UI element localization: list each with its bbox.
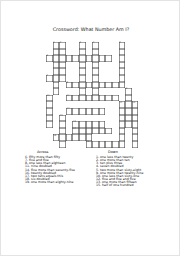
empty-area xyxy=(132,42,139,49)
empty-area xyxy=(72,42,79,49)
grid-cell[interactable] xyxy=(46,115,53,122)
grid-cell[interactable] xyxy=(46,108,53,115)
empty-area xyxy=(72,88,79,95)
clue-item: 15. half of one hundred xyxy=(96,184,178,187)
empty-area xyxy=(112,75,119,82)
grid-cell[interactable] xyxy=(99,141,106,148)
grid-cell[interactable]: 4 xyxy=(92,42,99,49)
empty-area xyxy=(66,128,73,135)
grid-cell[interactable] xyxy=(53,68,60,75)
grid-cell[interactable] xyxy=(125,115,132,122)
empty-area xyxy=(66,62,73,69)
grid-cell[interactable] xyxy=(132,141,139,148)
grid-cell[interactable]: 1 xyxy=(53,42,60,49)
empty-area xyxy=(112,49,119,56)
grid-cell[interactable]: 17 xyxy=(72,128,79,135)
clue-number: 12 xyxy=(119,102,122,104)
empty-area xyxy=(46,128,53,135)
grid-cell[interactable] xyxy=(59,62,66,69)
empty-area xyxy=(59,88,66,95)
empty-area xyxy=(99,49,106,56)
clue-number: 9 xyxy=(126,88,128,90)
crossword-grid: 12345678910111213141516171819 xyxy=(46,42,138,148)
grid-cell[interactable] xyxy=(72,134,79,141)
grid-cell[interactable] xyxy=(125,95,132,102)
grid-cell[interactable]: 10 xyxy=(46,95,53,102)
empty-area xyxy=(105,115,112,122)
empty-area xyxy=(53,101,60,108)
empty-area xyxy=(79,101,86,108)
grid-cell[interactable]: 2 xyxy=(59,42,66,49)
grid-cell[interactable] xyxy=(125,101,132,108)
grid-cell[interactable] xyxy=(92,49,99,56)
grid-cell[interactable] xyxy=(72,108,79,115)
empty-area xyxy=(105,108,112,115)
grid-cell[interactable] xyxy=(79,121,86,128)
empty-area xyxy=(79,141,86,148)
empty-area xyxy=(72,141,79,148)
grid-cell[interactable] xyxy=(79,68,86,75)
grid-cell[interactable] xyxy=(86,82,93,89)
grid-cell[interactable] xyxy=(92,121,99,128)
grid-cell[interactable]: 6 xyxy=(46,55,53,62)
empty-area xyxy=(132,49,139,56)
grid-cell[interactable] xyxy=(132,115,139,122)
grid-cell[interactable] xyxy=(105,128,112,135)
grid-cell[interactable] xyxy=(105,82,112,89)
empty-area xyxy=(72,68,79,75)
empty-area xyxy=(99,134,106,141)
clue-number: 3 xyxy=(80,42,82,44)
empty-area xyxy=(86,42,93,49)
grid-cell[interactable] xyxy=(112,95,119,102)
grid-cell[interactable] xyxy=(119,49,126,56)
grid-cell[interactable] xyxy=(79,128,86,135)
across-clues-section: Across 6. fifty more than fifty7. five a… xyxy=(25,151,93,184)
grid-cell[interactable] xyxy=(119,82,126,89)
empty-area xyxy=(125,62,132,69)
grid-cell[interactable] xyxy=(132,108,139,115)
grid-cell[interactable] xyxy=(53,62,60,69)
grid-cell[interactable] xyxy=(92,88,99,95)
grid-cell[interactable]: 9 xyxy=(125,88,132,95)
empty-area xyxy=(53,115,60,122)
grid-cell[interactable] xyxy=(125,121,132,128)
grid-cell[interactable] xyxy=(119,62,126,69)
clue-number: 6 xyxy=(47,55,49,57)
grid-cell[interactable] xyxy=(105,95,112,102)
empty-area xyxy=(105,68,112,75)
grid-cell[interactable]: 3 xyxy=(79,42,86,49)
empty-area xyxy=(53,95,60,102)
empty-area xyxy=(105,88,112,95)
empty-area xyxy=(99,101,106,108)
grid-cell[interactable] xyxy=(92,141,99,148)
empty-area xyxy=(86,75,93,82)
empty-area xyxy=(125,42,132,49)
grid-cell[interactable] xyxy=(46,121,53,128)
empty-area xyxy=(53,121,60,128)
grid-cell[interactable]: 19 xyxy=(86,141,93,148)
grid-cell[interactable] xyxy=(79,108,86,115)
grid-cell[interactable] xyxy=(105,55,112,62)
clue-number: 10 xyxy=(47,95,50,97)
empty-area xyxy=(112,134,119,141)
clue-number: 1 xyxy=(53,42,55,44)
grid-cell[interactable] xyxy=(79,62,86,69)
grid-cell[interactable] xyxy=(86,108,93,115)
grid-cell[interactable] xyxy=(53,75,60,82)
empty-area xyxy=(92,115,99,122)
empty-area xyxy=(46,134,53,141)
empty-area xyxy=(99,115,106,122)
grid-cell[interactable] xyxy=(79,95,86,102)
grid-cell[interactable] xyxy=(92,55,99,62)
grid-cell[interactable] xyxy=(66,55,73,62)
empty-area xyxy=(86,49,93,56)
grid-cell[interactable] xyxy=(53,82,60,89)
clue-number: 2 xyxy=(60,42,62,44)
grid-cell[interactable] xyxy=(119,75,126,82)
clue-number: 14 xyxy=(66,108,69,110)
grid-cell[interactable]: 15 xyxy=(59,115,66,122)
grid-cell[interactable] xyxy=(46,101,53,108)
clue-number: 4 xyxy=(93,42,95,44)
empty-area xyxy=(86,68,93,75)
empty-area xyxy=(112,128,119,135)
empty-area xyxy=(132,55,139,62)
empty-area xyxy=(112,121,119,128)
grid-cell[interactable] xyxy=(79,55,86,62)
grid-cell[interactable] xyxy=(59,121,66,128)
grid-cell[interactable]: 13 xyxy=(132,101,139,108)
clue-number: 16 xyxy=(73,121,76,123)
empty-area xyxy=(105,62,112,69)
across-header: Across xyxy=(37,151,93,155)
empty-area xyxy=(99,42,106,49)
grid-cell[interactable]: 12 xyxy=(119,101,126,108)
grid-cell[interactable] xyxy=(132,134,139,141)
grid-cell[interactable] xyxy=(125,108,132,115)
empty-area xyxy=(125,55,132,62)
grid-cell[interactable] xyxy=(119,141,126,148)
empty-area xyxy=(86,101,93,108)
grid-cell[interactable] xyxy=(66,134,73,141)
across-clue-list: 6. fifty more than fifty7. five and five… xyxy=(25,156,93,184)
grid-cell[interactable] xyxy=(132,128,139,135)
grid-cell[interactable] xyxy=(59,134,66,141)
empty-area xyxy=(99,62,106,69)
grid-cell[interactable] xyxy=(59,75,66,82)
empty-area xyxy=(59,82,66,89)
grid-cell[interactable] xyxy=(79,49,86,56)
empty-area xyxy=(125,68,132,75)
empty-area xyxy=(46,62,53,69)
grid-cell[interactable] xyxy=(72,82,79,89)
empty-area xyxy=(125,75,132,82)
grid-cell[interactable] xyxy=(119,68,126,75)
grid-cell[interactable] xyxy=(99,128,106,135)
grid-cell[interactable] xyxy=(119,55,126,62)
empty-area xyxy=(92,101,99,108)
empty-area xyxy=(92,134,99,141)
empty-area xyxy=(72,62,79,69)
grid-cell[interactable] xyxy=(86,121,93,128)
down-clue-list: 1. one less than twenty2. one more than … xyxy=(96,156,178,187)
empty-area xyxy=(99,88,106,95)
empty-area xyxy=(132,88,139,95)
grid-cell[interactable] xyxy=(92,62,99,69)
grid-cell[interactable] xyxy=(99,55,106,62)
grid-cell[interactable] xyxy=(92,95,99,102)
empty-area xyxy=(86,62,93,69)
grid-cell[interactable] xyxy=(92,108,99,115)
grid-cell[interactable] xyxy=(53,49,60,56)
grid-cell[interactable] xyxy=(53,88,60,95)
grid-cell[interactable] xyxy=(119,121,126,128)
grid-cell[interactable] xyxy=(79,134,86,141)
empty-area xyxy=(79,115,86,122)
empty-area xyxy=(66,68,73,75)
empty-area xyxy=(86,115,93,122)
empty-area xyxy=(59,95,66,102)
empty-area xyxy=(105,75,112,82)
grid-cell[interactable] xyxy=(86,55,93,62)
grid-cell[interactable]: 7 xyxy=(46,75,53,82)
grid-cell[interactable] xyxy=(59,128,66,135)
empty-area xyxy=(125,141,132,148)
empty-area xyxy=(105,134,112,141)
empty-area xyxy=(132,68,139,75)
grid-cell[interactable] xyxy=(99,82,106,89)
empty-area xyxy=(105,121,112,128)
empty-area xyxy=(66,49,73,56)
grid-cell[interactable] xyxy=(79,88,86,95)
empty-area xyxy=(86,88,93,95)
empty-area xyxy=(46,42,53,49)
empty-area xyxy=(105,49,112,56)
empty-area xyxy=(132,62,139,69)
empty-area xyxy=(72,101,79,108)
grid-cell[interactable] xyxy=(79,75,86,82)
empty-area xyxy=(72,49,79,56)
grid-cell[interactable] xyxy=(112,141,119,148)
empty-area xyxy=(53,108,60,115)
empty-area xyxy=(72,75,79,82)
grid-cell[interactable]: 14 xyxy=(66,108,73,115)
empty-area xyxy=(46,141,53,148)
puzzle-title: Crossword: What Number Am I? xyxy=(1,27,180,32)
grid-cell[interactable] xyxy=(99,95,106,102)
empty-area xyxy=(112,101,119,108)
clue-number: 5 xyxy=(119,42,121,44)
grid-cell[interactable] xyxy=(92,75,99,82)
grid-cell[interactable] xyxy=(119,134,126,141)
clue-number: 17 xyxy=(73,128,76,130)
grid-cell[interactable] xyxy=(119,128,126,135)
empty-area xyxy=(132,75,139,82)
grid-cell[interactable] xyxy=(132,121,139,128)
clue-number: 13 xyxy=(132,102,135,104)
down-header: Down xyxy=(108,151,178,155)
grid-cell[interactable] xyxy=(119,115,126,122)
grid-cell[interactable]: 8 xyxy=(66,82,73,89)
empty-area xyxy=(112,62,119,69)
clue-number: 11 xyxy=(66,95,69,97)
grid-cell[interactable] xyxy=(59,49,66,56)
empty-area xyxy=(112,115,119,122)
grid-cell[interactable] xyxy=(59,68,66,75)
empty-area xyxy=(66,42,73,49)
empty-area xyxy=(105,42,112,49)
empty-area xyxy=(53,141,60,148)
clue-number: 8 xyxy=(66,82,68,84)
empty-area xyxy=(112,55,119,62)
grid-cell[interactable] xyxy=(79,82,86,89)
clue-number: 18 xyxy=(53,135,56,137)
empty-area xyxy=(66,141,73,148)
empty-area xyxy=(119,88,126,95)
grid-cell[interactable] xyxy=(72,55,79,62)
grid-cell[interactable]: 18 xyxy=(53,134,60,141)
worksheet-page: Crossword: What Number Am I? 12345678910… xyxy=(0,0,180,256)
grid-cell[interactable] xyxy=(105,141,112,148)
empty-area xyxy=(66,115,73,122)
clue-number: 19 xyxy=(86,141,89,143)
grid-cell[interactable] xyxy=(86,128,93,135)
grid-cell[interactable]: 11 xyxy=(66,95,73,102)
clue-number: 15 xyxy=(60,115,63,117)
empty-area xyxy=(99,68,106,75)
clue-item: 19. one more than eighty-nine xyxy=(25,181,93,184)
grid-cell[interactable] xyxy=(92,82,99,89)
grid-cell[interactable]: 5 xyxy=(119,42,126,49)
grid-cell[interactable] xyxy=(119,108,126,115)
grid-cell[interactable] xyxy=(92,128,99,135)
empty-area xyxy=(132,82,139,89)
grid-cell[interactable] xyxy=(92,68,99,75)
grid-cell[interactable] xyxy=(53,55,60,62)
down-clues-section: Down 1. one less than twenty2. one more … xyxy=(96,151,178,187)
empty-area xyxy=(112,68,119,75)
grid-cell[interactable] xyxy=(59,141,66,148)
empty-area xyxy=(125,49,132,56)
grid-cell[interactable] xyxy=(99,121,106,128)
empty-area xyxy=(125,128,132,135)
empty-area xyxy=(112,42,119,49)
grid-cell[interactable] xyxy=(59,55,66,62)
empty-area xyxy=(59,101,66,108)
empty-area xyxy=(99,75,106,82)
grid-cell[interactable] xyxy=(112,82,119,89)
empty-area xyxy=(66,121,73,128)
grid-cell[interactable] xyxy=(99,108,106,115)
grid-cell[interactable] xyxy=(86,95,93,102)
empty-area xyxy=(112,88,119,95)
grid-cell[interactable] xyxy=(72,95,79,102)
empty-area xyxy=(105,101,112,108)
empty-area xyxy=(112,108,119,115)
empty-area xyxy=(46,82,53,89)
clue-number: 7 xyxy=(47,75,49,77)
empty-area xyxy=(125,134,132,141)
